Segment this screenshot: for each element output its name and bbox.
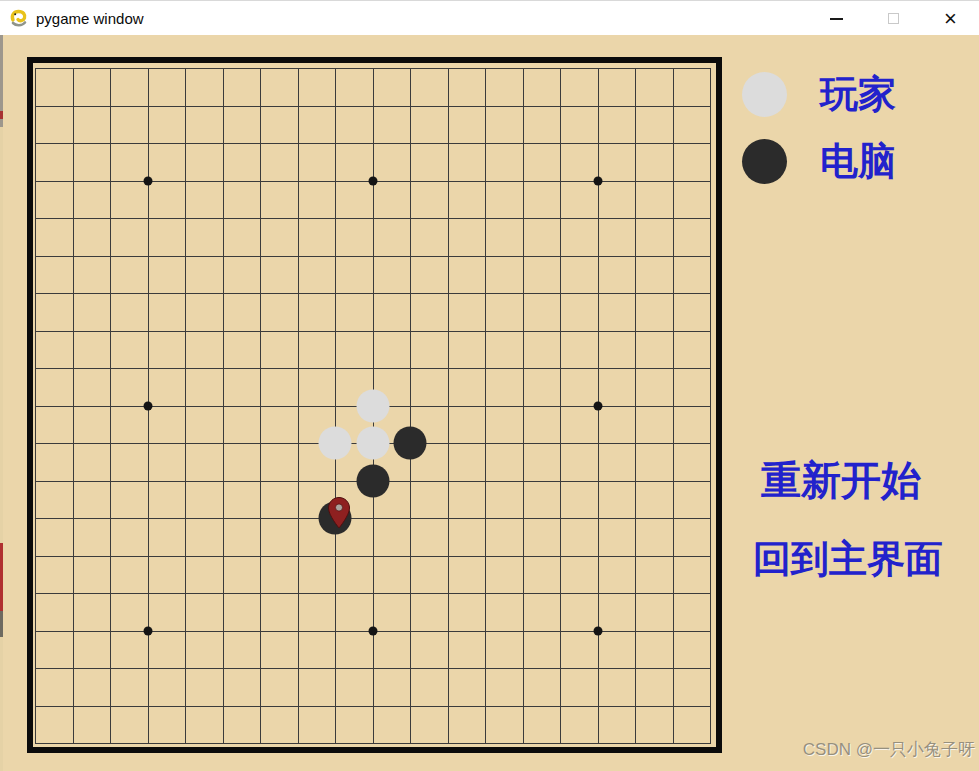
board-cell — [110, 293, 148, 331]
board-cell — [560, 668, 598, 706]
board-cell — [185, 631, 223, 669]
board-cell — [260, 218, 298, 256]
board-cell — [485, 706, 523, 744]
close-button[interactable]: × — [922, 1, 979, 36]
board-cell — [410, 256, 448, 294]
board-cell — [635, 68, 673, 106]
board-cell — [598, 443, 636, 481]
board-cell — [335, 593, 373, 631]
board-cell — [523, 293, 561, 331]
board-cell — [560, 443, 598, 481]
board-cell — [673, 481, 711, 519]
board-cell — [523, 668, 561, 706]
board-cell — [73, 593, 111, 631]
board-cell — [673, 593, 711, 631]
board-cell — [635, 443, 673, 481]
board-cell — [560, 481, 598, 519]
board-cell — [260, 481, 298, 519]
board-cell — [335, 106, 373, 144]
black-stone — [394, 427, 427, 460]
black-stone-icon — [742, 139, 787, 184]
board-cell — [410, 331, 448, 369]
board-cell — [298, 331, 336, 369]
board-cell — [110, 631, 148, 669]
board-cell — [35, 481, 73, 519]
white-stone — [356, 427, 389, 460]
board-cell — [298, 68, 336, 106]
board-cell — [598, 593, 636, 631]
board-cell — [410, 481, 448, 519]
star-point — [368, 626, 377, 635]
board-cell — [185, 256, 223, 294]
board-cell — [223, 368, 261, 406]
board-cell — [185, 368, 223, 406]
board-cell — [35, 443, 73, 481]
board-cell — [373, 556, 411, 594]
board-cell — [485, 481, 523, 519]
board-cell — [73, 631, 111, 669]
board-cell — [673, 331, 711, 369]
board-cell — [73, 293, 111, 331]
board-cell — [485, 518, 523, 556]
maximize-button[interactable] — [865, 1, 922, 36]
board-cell — [335, 256, 373, 294]
board-cell — [73, 106, 111, 144]
board-cell — [148, 218, 186, 256]
board-cell — [298, 631, 336, 669]
restart-button[interactable]: 重新开始 — [761, 453, 921, 508]
board-cell — [298, 143, 336, 181]
board-cell — [73, 706, 111, 744]
board-cell — [185, 593, 223, 631]
minimize-button[interactable] — [808, 1, 865, 36]
legend-player-label: 玩家 — [820, 69, 896, 120]
board-cell — [148, 293, 186, 331]
board-cell — [223, 481, 261, 519]
board-cell — [560, 68, 598, 106]
board-cell — [523, 443, 561, 481]
board-cell — [35, 331, 73, 369]
board-cell — [523, 706, 561, 744]
board-cell — [110, 331, 148, 369]
board-cell — [260, 181, 298, 219]
board-cell — [73, 331, 111, 369]
board-cell — [373, 143, 411, 181]
board-cell — [523, 106, 561, 144]
board-cell — [448, 518, 486, 556]
board-cell — [73, 443, 111, 481]
board-cell — [373, 593, 411, 631]
board-cell — [260, 518, 298, 556]
board-cell — [260, 668, 298, 706]
board-cell — [298, 368, 336, 406]
board-cell — [35, 143, 73, 181]
board-cell — [485, 668, 523, 706]
board-cell — [110, 181, 148, 219]
board-cell — [673, 443, 711, 481]
board-cell — [110, 518, 148, 556]
board-cell — [298, 668, 336, 706]
board-cell — [410, 631, 448, 669]
board-cell — [635, 293, 673, 331]
board-cell — [35, 668, 73, 706]
board-cell — [73, 181, 111, 219]
board-cell — [373, 631, 411, 669]
board-cell — [373, 256, 411, 294]
board-cell — [298, 256, 336, 294]
board-cell — [223, 181, 261, 219]
legend-computer: 电脑 — [742, 136, 896, 187]
board-cell — [335, 181, 373, 219]
board-cell — [448, 481, 486, 519]
board-cell — [223, 518, 261, 556]
board-cell — [223, 218, 261, 256]
board-cell — [598, 256, 636, 294]
star-point — [368, 176, 377, 185]
board-cell — [260, 556, 298, 594]
board-cell — [635, 556, 673, 594]
board-cell — [598, 518, 636, 556]
page-edge-artifact — [0, 35, 3, 771]
board-cell — [35, 518, 73, 556]
board-cell — [485, 143, 523, 181]
board-cell — [598, 406, 636, 444]
star-point — [593, 626, 602, 635]
board-cell — [223, 331, 261, 369]
board-cell — [298, 106, 336, 144]
board-cell — [148, 668, 186, 706]
board-cell — [410, 518, 448, 556]
board-cell — [298, 293, 336, 331]
board-cell — [335, 556, 373, 594]
board-cell — [148, 68, 186, 106]
board-cell — [110, 218, 148, 256]
board-cell — [560, 181, 598, 219]
board-cell — [148, 481, 186, 519]
board-cell — [448, 706, 486, 744]
board-cell — [448, 293, 486, 331]
board-cell — [110, 556, 148, 594]
star-point — [143, 176, 152, 185]
board-cell — [298, 181, 336, 219]
board-cell — [223, 256, 261, 294]
board-cell — [635, 406, 673, 444]
board-cell — [223, 593, 261, 631]
pygame-snake-icon — [9, 8, 29, 28]
board-cell — [335, 293, 373, 331]
board-cell — [223, 668, 261, 706]
board-cell — [635, 518, 673, 556]
board-cell — [560, 368, 598, 406]
board-cell — [260, 368, 298, 406]
board-cell — [410, 668, 448, 706]
board-cell — [148, 406, 186, 444]
board-cell — [410, 68, 448, 106]
board-cell — [185, 706, 223, 744]
board-cell — [598, 181, 636, 219]
board-cell — [560, 556, 598, 594]
board-cell — [260, 443, 298, 481]
board-cell — [148, 593, 186, 631]
board-cell — [223, 406, 261, 444]
board-cell — [148, 556, 186, 594]
board-cell — [260, 706, 298, 744]
board-cell — [335, 68, 373, 106]
board-cell — [373, 668, 411, 706]
board-cell — [35, 181, 73, 219]
board-cell — [110, 668, 148, 706]
board-cell — [298, 593, 336, 631]
board-cell — [598, 106, 636, 144]
board-cell — [448, 593, 486, 631]
board-cell — [523, 218, 561, 256]
board-cell — [485, 593, 523, 631]
board-cell — [110, 68, 148, 106]
board-cell — [560, 143, 598, 181]
white-stone-icon — [742, 72, 787, 117]
legend-player: 玩家 — [742, 69, 896, 120]
board-cell — [148, 331, 186, 369]
board-cell — [673, 406, 711, 444]
board-cell — [185, 218, 223, 256]
white-stone — [319, 427, 352, 460]
board-cell — [560, 293, 598, 331]
board-cell — [148, 631, 186, 669]
board-cell — [485, 68, 523, 106]
board-cell — [148, 443, 186, 481]
board-cell — [560, 593, 598, 631]
board-cell — [35, 68, 73, 106]
board-cell — [223, 706, 261, 744]
board-cell — [485, 631, 523, 669]
board-cell — [35, 106, 73, 144]
board-cell — [673, 518, 711, 556]
board-cell — [73, 406, 111, 444]
board-cell — [485, 406, 523, 444]
board-cell — [73, 256, 111, 294]
board-cell — [410, 706, 448, 744]
legend-computer-label: 电脑 — [820, 136, 896, 187]
board-cell — [410, 556, 448, 594]
board-cell — [635, 218, 673, 256]
title-bar: pygame window × — [0, 0, 979, 35]
minimize-icon — [830, 18, 843, 20]
board-cell — [335, 631, 373, 669]
board-cell — [673, 668, 711, 706]
board-cell — [223, 293, 261, 331]
window-controls: × — [808, 1, 979, 36]
board-cell — [598, 706, 636, 744]
board-cell — [673, 218, 711, 256]
board-cell — [373, 106, 411, 144]
star-point — [593, 176, 602, 185]
board-cell — [448, 218, 486, 256]
star-point — [593, 401, 602, 410]
board-cell — [448, 443, 486, 481]
board-cell — [523, 368, 561, 406]
board-cell — [673, 68, 711, 106]
board-cell — [485, 106, 523, 144]
board-cell — [448, 181, 486, 219]
board[interactable] — [35, 68, 712, 745]
board-cell — [523, 181, 561, 219]
board-cell — [185, 443, 223, 481]
pygame-window: { "window": { "title": "pygame window", … — [0, 0, 979, 771]
board-cell — [598, 331, 636, 369]
board-cell — [673, 293, 711, 331]
board-cell — [523, 143, 561, 181]
board-cell — [148, 518, 186, 556]
board-cell — [73, 368, 111, 406]
board-cell — [185, 143, 223, 181]
board-cell — [598, 556, 636, 594]
board-cell — [373, 293, 411, 331]
board-cell — [560, 406, 598, 444]
board-cell — [448, 256, 486, 294]
board-cell — [373, 68, 411, 106]
board-cell — [373, 218, 411, 256]
board-cell — [635, 668, 673, 706]
board-cell — [635, 106, 673, 144]
board-cell — [260, 68, 298, 106]
board-cell — [635, 368, 673, 406]
board-cell — [73, 68, 111, 106]
board-cell — [73, 668, 111, 706]
board-cell — [148, 706, 186, 744]
board-cell — [260, 406, 298, 444]
board-cell — [410, 293, 448, 331]
board-cell — [260, 631, 298, 669]
board-cell — [560, 256, 598, 294]
board-cell — [260, 331, 298, 369]
board-cell — [335, 218, 373, 256]
board-cell — [673, 106, 711, 144]
board-cell — [110, 256, 148, 294]
board-cell — [148, 368, 186, 406]
board-cell — [448, 368, 486, 406]
board-cell — [485, 443, 523, 481]
board-cell — [523, 256, 561, 294]
board-cell — [185, 106, 223, 144]
board-cell — [185, 181, 223, 219]
board-cell — [560, 518, 598, 556]
board-cell — [110, 593, 148, 631]
board-cell — [35, 293, 73, 331]
board-cell — [73, 218, 111, 256]
board-cell — [73, 518, 111, 556]
board-cell — [148, 106, 186, 144]
board-cell — [448, 68, 486, 106]
star-point — [143, 401, 152, 410]
board-cell — [560, 218, 598, 256]
board-cell — [598, 631, 636, 669]
board-cell — [223, 631, 261, 669]
board-cell — [110, 406, 148, 444]
board-cell — [485, 256, 523, 294]
board-cell — [410, 143, 448, 181]
board-cell — [260, 293, 298, 331]
board-cell — [223, 556, 261, 594]
board-cell — [448, 631, 486, 669]
board-cell — [673, 631, 711, 669]
board-cell — [485, 368, 523, 406]
board-cell — [185, 406, 223, 444]
board-cell — [110, 481, 148, 519]
board-cell — [673, 181, 711, 219]
board-cell — [185, 293, 223, 331]
board-cell — [485, 293, 523, 331]
board-cell — [73, 143, 111, 181]
board-cell — [523, 556, 561, 594]
board-cell — [523, 481, 561, 519]
board-cell — [635, 593, 673, 631]
board-cell — [560, 106, 598, 144]
board-cell — [673, 556, 711, 594]
board-cell — [148, 181, 186, 219]
board-cell — [485, 218, 523, 256]
board-cell — [448, 406, 486, 444]
board-cell — [448, 668, 486, 706]
csdn-watermark: CSDN @一只小兔子呀 — [803, 738, 975, 761]
board-cell — [523, 631, 561, 669]
white-stone — [356, 389, 389, 422]
board-cell — [185, 518, 223, 556]
board-cell — [223, 68, 261, 106]
board-cell — [598, 481, 636, 519]
board-cell — [185, 481, 223, 519]
board-cell — [523, 593, 561, 631]
board-cell — [635, 331, 673, 369]
board-cell — [673, 256, 711, 294]
board-cell — [485, 331, 523, 369]
board-cell — [673, 706, 711, 744]
board-cell — [185, 331, 223, 369]
board-cell — [335, 143, 373, 181]
board-cell — [635, 256, 673, 294]
board-cell — [523, 518, 561, 556]
board-cell — [448, 331, 486, 369]
board-cell — [635, 706, 673, 744]
board-cell — [335, 706, 373, 744]
board-cell — [410, 593, 448, 631]
board-cell — [410, 106, 448, 144]
board-cell — [598, 293, 636, 331]
board-cell — [635, 481, 673, 519]
board-cell — [223, 106, 261, 144]
board-cell — [635, 143, 673, 181]
back-to-main-button[interactable]: 回到主界面 — [753, 534, 943, 585]
board-cell — [598, 143, 636, 181]
board-cell — [373, 706, 411, 744]
board-cell — [148, 143, 186, 181]
board-cell — [485, 181, 523, 219]
board-cell — [410, 368, 448, 406]
board-cell — [260, 106, 298, 144]
board-cell — [560, 631, 598, 669]
star-point — [143, 626, 152, 635]
board-cell — [598, 218, 636, 256]
board-cell — [298, 556, 336, 594]
board-cell — [35, 706, 73, 744]
board-cell — [448, 143, 486, 181]
board-cell — [35, 406, 73, 444]
board-cell — [635, 631, 673, 669]
board-cell — [448, 106, 486, 144]
board-cell — [673, 143, 711, 181]
board-cell — [110, 106, 148, 144]
board-cell — [73, 481, 111, 519]
board-cell — [298, 218, 336, 256]
